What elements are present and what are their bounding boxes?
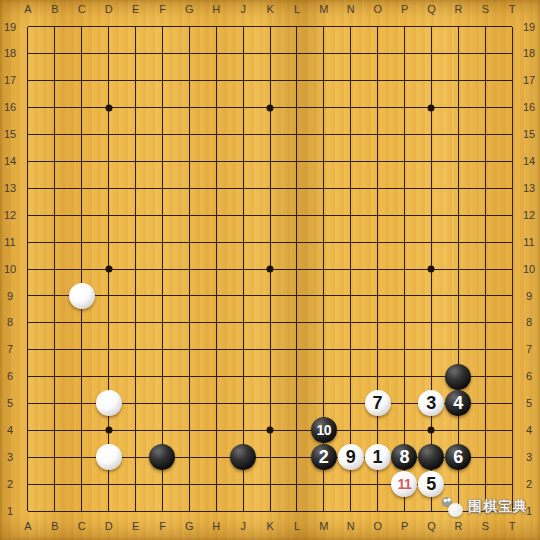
intersection-O19[interactable] [364,14,391,41]
intersection-S4[interactable] [472,417,499,444]
intersection-J14[interactable] [230,148,257,175]
intersection-T12[interactable] [499,202,526,229]
intersection-O18[interactable] [364,40,391,67]
intersection-H4[interactable] [203,417,230,444]
intersection-H14[interactable] [203,148,230,175]
intersection-C8[interactable] [68,309,95,336]
intersection-T3[interactable] [499,444,526,471]
intersection-R5[interactable]: 4 [445,390,472,417]
intersection-B12[interactable] [41,202,68,229]
intersection-T11[interactable] [499,229,526,256]
intersection-G8[interactable] [176,309,203,336]
intersection-B17[interactable] [41,67,68,94]
intersection-G19[interactable] [176,14,203,41]
intersection-S2[interactable] [472,471,499,498]
intersection-Q4[interactable] [418,417,445,444]
intersection-S5[interactable] [472,390,499,417]
intersection-J7[interactable] [230,336,257,363]
intersection-O11[interactable] [364,229,391,256]
intersection-N2[interactable] [337,471,364,498]
intersection-Q10[interactable] [418,256,445,283]
intersection-G5[interactable] [176,390,203,417]
intersection-A10[interactable] [15,256,42,283]
intersection-J5[interactable] [230,390,257,417]
intersection-E7[interactable] [122,336,149,363]
intersection-J6[interactable] [230,363,257,390]
intersection-F2[interactable] [149,471,176,498]
intersection-E16[interactable] [122,94,149,121]
intersection-J8[interactable] [230,309,257,336]
intersection-B18[interactable] [41,40,68,67]
intersection-S8[interactable] [472,309,499,336]
intersection-J19[interactable] [230,14,257,41]
intersection-K12[interactable] [257,202,284,229]
intersection-J18[interactable] [230,40,257,67]
intersection-P2[interactable]: 11 [391,471,418,498]
intersection-H17[interactable] [203,67,230,94]
intersection-C9[interactable] [68,282,95,309]
intersection-C10[interactable] [68,256,95,283]
intersection-E18[interactable] [122,40,149,67]
intersection-D11[interactable] [95,229,122,256]
intersection-J10[interactable] [230,256,257,283]
intersection-O16[interactable] [364,94,391,121]
intersection-M17[interactable] [310,67,337,94]
intersection-P18[interactable] [391,40,418,67]
intersection-G7[interactable] [176,336,203,363]
intersection-F9[interactable] [149,282,176,309]
intersection-D18[interactable] [95,40,122,67]
intersection-L11[interactable] [283,229,310,256]
intersection-Q13[interactable] [418,175,445,202]
intersection-L19[interactable] [283,14,310,41]
intersection-S12[interactable] [472,202,499,229]
intersection-E12[interactable] [122,202,149,229]
intersection-Q18[interactable] [418,40,445,67]
intersection-E13[interactable] [122,175,149,202]
intersection-K7[interactable] [257,336,284,363]
intersection-T2[interactable] [499,471,526,498]
intersection-F1[interactable] [149,498,176,525]
intersection-G15[interactable] [176,121,203,148]
intersection-N16[interactable] [337,94,364,121]
intersection-L5[interactable] [283,390,310,417]
intersection-M11[interactable] [310,229,337,256]
intersection-J4[interactable] [230,417,257,444]
intersection-S13[interactable] [472,175,499,202]
intersection-P7[interactable] [391,336,418,363]
intersection-F4[interactable] [149,417,176,444]
intersection-Q8[interactable] [418,309,445,336]
intersection-M15[interactable] [310,121,337,148]
intersection-T16[interactable] [499,94,526,121]
intersection-G2[interactable] [176,471,203,498]
intersection-H7[interactable] [203,336,230,363]
intersection-R11[interactable] [445,229,472,256]
intersection-M4[interactable]: 10 [310,417,337,444]
intersection-B3[interactable] [41,444,68,471]
intersection-R19[interactable] [445,14,472,41]
intersection-K10[interactable] [257,256,284,283]
intersection-T13[interactable] [499,175,526,202]
intersection-N18[interactable] [337,40,364,67]
intersection-H1[interactable] [203,498,230,525]
intersection-N12[interactable] [337,202,364,229]
intersection-R7[interactable] [445,336,472,363]
intersection-E15[interactable] [122,121,149,148]
intersection-T10[interactable] [499,256,526,283]
intersection-D7[interactable] [95,336,122,363]
intersection-M5[interactable] [310,390,337,417]
intersection-R6[interactable] [445,363,472,390]
intersection-S14[interactable] [472,148,499,175]
intersection-M6[interactable] [310,363,337,390]
intersection-G10[interactable] [176,256,203,283]
intersection-Q16[interactable] [418,94,445,121]
intersection-O9[interactable] [364,282,391,309]
intersection-D6[interactable] [95,363,122,390]
intersection-P12[interactable] [391,202,418,229]
intersection-A3[interactable] [15,444,42,471]
intersection-D5[interactable] [95,390,122,417]
intersection-R15[interactable] [445,121,472,148]
intersection-Q3[interactable] [418,444,445,471]
intersection-O1[interactable] [364,498,391,525]
intersection-N11[interactable] [337,229,364,256]
intersection-T9[interactable] [499,282,526,309]
intersection-C3[interactable] [68,444,95,471]
intersection-A18[interactable] [15,40,42,67]
intersection-P17[interactable] [391,67,418,94]
intersection-E5[interactable] [122,390,149,417]
intersection-H10[interactable] [203,256,230,283]
intersection-K11[interactable] [257,229,284,256]
intersection-M8[interactable] [310,309,337,336]
intersection-S16[interactable] [472,94,499,121]
intersection-O2[interactable] [364,471,391,498]
intersection-D1[interactable] [95,498,122,525]
intersection-N9[interactable] [337,282,364,309]
intersection-M1[interactable] [310,498,337,525]
intersection-J16[interactable] [230,94,257,121]
intersection-R8[interactable] [445,309,472,336]
intersection-C11[interactable] [68,229,95,256]
intersection-B2[interactable] [41,471,68,498]
intersection-J17[interactable] [230,67,257,94]
intersection-E1[interactable] [122,498,149,525]
intersection-M16[interactable] [310,94,337,121]
intersection-N17[interactable] [337,67,364,94]
intersection-B4[interactable] [41,417,68,444]
intersection-A5[interactable] [15,390,42,417]
intersection-P15[interactable] [391,121,418,148]
intersection-O3[interactable]: 1 [364,444,391,471]
intersection-F16[interactable] [149,94,176,121]
intersection-S15[interactable] [472,121,499,148]
intersection-P1[interactable] [391,498,418,525]
intersection-D13[interactable] [95,175,122,202]
intersection-C12[interactable] [68,202,95,229]
intersection-D16[interactable] [95,94,122,121]
intersection-N6[interactable] [337,363,364,390]
intersection-B6[interactable] [41,363,68,390]
intersection-E2[interactable] [122,471,149,498]
intersection-K13[interactable] [257,175,284,202]
intersection-F12[interactable] [149,202,176,229]
intersection-S10[interactable] [472,256,499,283]
intersection-L12[interactable] [283,202,310,229]
intersection-J13[interactable] [230,175,257,202]
intersection-C16[interactable] [68,94,95,121]
intersection-D2[interactable] [95,471,122,498]
intersection-O12[interactable] [364,202,391,229]
intersection-B10[interactable] [41,256,68,283]
intersection-A1[interactable] [15,498,42,525]
intersection-C4[interactable] [68,417,95,444]
intersection-K6[interactable] [257,363,284,390]
intersection-F3[interactable] [149,444,176,471]
intersection-N5[interactable] [337,390,364,417]
intersection-E8[interactable] [122,309,149,336]
intersection-N3[interactable]: 9 [337,444,364,471]
intersection-S18[interactable] [472,40,499,67]
intersection-T8[interactable] [499,309,526,336]
intersection-T19[interactable] [499,14,526,41]
intersection-F15[interactable] [149,121,176,148]
intersection-H8[interactable] [203,309,230,336]
intersection-Q5[interactable]: 3 [418,390,445,417]
intersection-D15[interactable] [95,121,122,148]
intersection-C6[interactable] [68,363,95,390]
intersection-T15[interactable] [499,121,526,148]
intersection-H18[interactable] [203,40,230,67]
intersection-D14[interactable] [95,148,122,175]
intersection-A15[interactable] [15,121,42,148]
intersection-B5[interactable] [41,390,68,417]
intersection-R18[interactable] [445,40,472,67]
intersection-H5[interactable] [203,390,230,417]
intersection-D8[interactable] [95,309,122,336]
intersection-S11[interactable] [472,229,499,256]
intersection-T4[interactable] [499,417,526,444]
intersection-B1[interactable] [41,498,68,525]
intersection-Q17[interactable] [418,67,445,94]
intersection-E14[interactable] [122,148,149,175]
intersection-D3[interactable] [95,444,122,471]
intersection-L13[interactable] [283,175,310,202]
intersection-O4[interactable] [364,417,391,444]
intersection-D10[interactable] [95,256,122,283]
intersection-F13[interactable] [149,175,176,202]
intersection-B7[interactable] [41,336,68,363]
intersection-O10[interactable] [364,256,391,283]
intersection-L6[interactable] [283,363,310,390]
intersection-R16[interactable] [445,94,472,121]
intersection-L17[interactable] [283,67,310,94]
intersection-C13[interactable] [68,175,95,202]
intersection-O14[interactable] [364,148,391,175]
intersection-G18[interactable] [176,40,203,67]
intersection-G11[interactable] [176,229,203,256]
intersection-Q9[interactable] [418,282,445,309]
intersection-P3[interactable]: 8 [391,444,418,471]
intersection-A4[interactable] [15,417,42,444]
intersection-S17[interactable] [472,67,499,94]
intersection-P16[interactable] [391,94,418,121]
intersection-F11[interactable] [149,229,176,256]
intersection-Q6[interactable] [418,363,445,390]
intersection-R4[interactable] [445,417,472,444]
intersection-C17[interactable] [68,67,95,94]
intersection-T5[interactable] [499,390,526,417]
intersection-K5[interactable] [257,390,284,417]
intersection-P4[interactable] [391,417,418,444]
intersection-H6[interactable] [203,363,230,390]
intersection-N15[interactable] [337,121,364,148]
intersection-K18[interactable] [257,40,284,67]
intersection-O6[interactable] [364,363,391,390]
intersection-K2[interactable] [257,471,284,498]
intersection-K15[interactable] [257,121,284,148]
intersection-R2[interactable] [445,471,472,498]
intersection-P10[interactable] [391,256,418,283]
intersection-C18[interactable] [68,40,95,67]
intersection-P14[interactable] [391,148,418,175]
intersection-K9[interactable] [257,282,284,309]
intersection-H2[interactable] [203,471,230,498]
intersection-C2[interactable] [68,471,95,498]
intersection-O15[interactable] [364,121,391,148]
intersection-L10[interactable] [283,256,310,283]
intersection-T14[interactable] [499,148,526,175]
intersection-R12[interactable] [445,202,472,229]
intersection-T7[interactable] [499,336,526,363]
intersection-L15[interactable] [283,121,310,148]
intersection-A19[interactable] [15,14,42,41]
intersection-C7[interactable] [68,336,95,363]
intersection-E4[interactable] [122,417,149,444]
intersection-L8[interactable] [283,309,310,336]
intersection-F14[interactable] [149,148,176,175]
intersection-M3[interactable]: 2 [310,444,337,471]
intersection-D12[interactable] [95,202,122,229]
intersection-A14[interactable] [15,148,42,175]
intersection-R17[interactable] [445,67,472,94]
intersection-H3[interactable] [203,444,230,471]
intersection-F7[interactable] [149,336,176,363]
intersection-P6[interactable] [391,363,418,390]
intersection-B16[interactable] [41,94,68,121]
intersection-S3[interactable] [472,444,499,471]
intersection-L18[interactable] [283,40,310,67]
intersection-F18[interactable] [149,40,176,67]
intersection-T17[interactable] [499,67,526,94]
intersection-K14[interactable] [257,148,284,175]
intersection-O7[interactable] [364,336,391,363]
intersection-A9[interactable] [15,282,42,309]
intersection-B19[interactable] [41,14,68,41]
intersection-H16[interactable] [203,94,230,121]
intersection-M2[interactable] [310,471,337,498]
intersection-E3[interactable] [122,444,149,471]
intersection-F19[interactable] [149,14,176,41]
intersection-K19[interactable] [257,14,284,41]
intersection-G9[interactable] [176,282,203,309]
intersection-A11[interactable] [15,229,42,256]
intersection-D19[interactable] [95,14,122,41]
intersection-A12[interactable] [15,202,42,229]
intersection-M7[interactable] [310,336,337,363]
intersection-O17[interactable] [364,67,391,94]
intersection-O8[interactable] [364,309,391,336]
intersection-G12[interactable] [176,202,203,229]
intersection-E6[interactable] [122,363,149,390]
intersection-P19[interactable] [391,14,418,41]
intersection-F10[interactable] [149,256,176,283]
intersection-K3[interactable] [257,444,284,471]
intersection-N1[interactable] [337,498,364,525]
intersection-Q2[interactable]: 5 [418,471,445,498]
intersection-J15[interactable] [230,121,257,148]
intersection-L4[interactable] [283,417,310,444]
intersection-J1[interactable] [230,498,257,525]
intersection-M18[interactable] [310,40,337,67]
intersection-K4[interactable] [257,417,284,444]
intersection-Q14[interactable] [418,148,445,175]
intersection-A6[interactable] [15,363,42,390]
intersection-P8[interactable] [391,309,418,336]
intersection-B15[interactable] [41,121,68,148]
intersection-H9[interactable] [203,282,230,309]
intersection-H15[interactable] [203,121,230,148]
intersection-T18[interactable] [499,40,526,67]
intersection-Q7[interactable] [418,336,445,363]
intersection-G3[interactable] [176,444,203,471]
intersection-G16[interactable] [176,94,203,121]
intersection-L7[interactable] [283,336,310,363]
intersection-F17[interactable] [149,67,176,94]
intersection-K17[interactable] [257,67,284,94]
intersection-M12[interactable] [310,202,337,229]
intersection-G13[interactable] [176,175,203,202]
intersection-T6[interactable] [499,363,526,390]
intersection-M19[interactable] [310,14,337,41]
intersection-P5[interactable] [391,390,418,417]
intersection-L3[interactable] [283,444,310,471]
intersection-P9[interactable] [391,282,418,309]
intersection-H12[interactable] [203,202,230,229]
intersection-M9[interactable] [310,282,337,309]
intersection-L14[interactable] [283,148,310,175]
intersection-R14[interactable] [445,148,472,175]
intersection-Q11[interactable] [418,229,445,256]
intersection-G4[interactable] [176,417,203,444]
intersection-F8[interactable] [149,309,176,336]
intersection-B13[interactable] [41,175,68,202]
intersection-D17[interactable] [95,67,122,94]
intersection-S7[interactable] [472,336,499,363]
intersection-A7[interactable] [15,336,42,363]
intersection-N13[interactable] [337,175,364,202]
intersection-J11[interactable] [230,229,257,256]
intersection-A16[interactable] [15,94,42,121]
intersection-A8[interactable] [15,309,42,336]
intersection-N4[interactable] [337,417,364,444]
intersection-B11[interactable] [41,229,68,256]
intersection-D9[interactable] [95,282,122,309]
intersection-B8[interactable] [41,309,68,336]
intersection-A13[interactable] [15,175,42,202]
